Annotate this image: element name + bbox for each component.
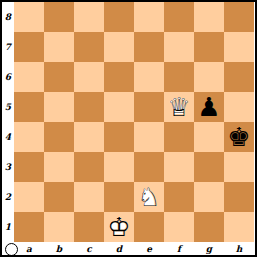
square-b7[interactable]	[44, 32, 74, 62]
file-label-g: g	[194, 242, 224, 255]
file-label-h: h	[224, 242, 254, 255]
white-knight-outline: ♘	[134, 182, 164, 212]
square-h5[interactable]	[224, 92, 254, 122]
square-f6[interactable]	[164, 62, 194, 92]
chess-board: ♛♕♟♚♞♘♚♔	[14, 2, 254, 242]
square-c3[interactable]	[74, 152, 104, 182]
square-g3[interactable]	[194, 152, 224, 182]
white-queen[interactable]: ♛♕	[164, 92, 194, 122]
square-a5[interactable]	[14, 92, 44, 122]
rank-label-4: 4	[2, 122, 14, 152]
square-c7[interactable]	[74, 32, 104, 62]
square-a3[interactable]	[14, 152, 44, 182]
square-e4[interactable]	[134, 122, 164, 152]
square-d3[interactable]	[104, 152, 134, 182]
square-b4[interactable]	[44, 122, 74, 152]
square-c8[interactable]	[74, 2, 104, 32]
square-f8[interactable]	[164, 2, 194, 32]
black-pawn[interactable]: ♟	[194, 92, 224, 122]
square-e8[interactable]	[134, 2, 164, 32]
side-to-move-indicator	[5, 243, 18, 256]
square-e5[interactable]	[134, 92, 164, 122]
white-knight[interactable]: ♞♘	[134, 182, 164, 212]
square-d2[interactable]	[104, 182, 134, 212]
square-f4[interactable]	[164, 122, 194, 152]
black-king[interactable]: ♚	[224, 122, 254, 152]
square-a4[interactable]	[14, 122, 44, 152]
rank-label-7: 7	[2, 32, 14, 62]
rank-label-1: 1	[2, 212, 14, 242]
square-a8[interactable]	[14, 2, 44, 32]
black-king-glyph: ♚	[224, 122, 254, 152]
square-g2[interactable]	[194, 182, 224, 212]
square-c6[interactable]	[74, 62, 104, 92]
square-e1[interactable]	[134, 212, 164, 242]
square-b1[interactable]	[44, 212, 74, 242]
black-pawn-glyph: ♟	[194, 92, 224, 122]
square-c2[interactable]	[74, 182, 104, 212]
square-d7[interactable]	[104, 32, 134, 62]
square-g4[interactable]	[194, 122, 224, 152]
square-h1[interactable]	[224, 212, 254, 242]
square-c4[interactable]	[74, 122, 104, 152]
square-f2[interactable]	[164, 182, 194, 212]
square-d6[interactable]	[104, 62, 134, 92]
square-h4[interactable]: ♚	[224, 122, 254, 152]
square-b3[interactable]	[44, 152, 74, 182]
square-d5[interactable]	[104, 92, 134, 122]
square-e2[interactable]: ♞♘	[134, 182, 164, 212]
file-label-f: f	[164, 242, 194, 255]
square-e6[interactable]	[134, 62, 164, 92]
rank-label-8: 8	[2, 2, 14, 32]
square-a2[interactable]	[14, 182, 44, 212]
square-a1[interactable]	[14, 212, 44, 242]
square-g8[interactable]	[194, 2, 224, 32]
rank-label-2: 2	[2, 182, 14, 212]
file-label-e: e	[134, 242, 164, 255]
file-label-d: d	[104, 242, 134, 255]
square-g5[interactable]: ♟	[194, 92, 224, 122]
square-g1[interactable]	[194, 212, 224, 242]
square-h6[interactable]	[224, 62, 254, 92]
square-b6[interactable]	[44, 62, 74, 92]
square-h3[interactable]	[224, 152, 254, 182]
square-e7[interactable]	[134, 32, 164, 62]
chess-diagram: ♛♕♟♚♞♘♚♔ 87654321 abcdefgh	[0, 0, 257, 257]
square-d8[interactable]	[104, 2, 134, 32]
square-d4[interactable]	[104, 122, 134, 152]
rank-labels: 87654321	[2, 2, 14, 242]
square-c5[interactable]	[74, 92, 104, 122]
square-h7[interactable]	[224, 32, 254, 62]
rank-label-6: 6	[2, 62, 14, 92]
rank-label-5: 5	[2, 92, 14, 122]
square-b5[interactable]	[44, 92, 74, 122]
square-g6[interactable]	[194, 62, 224, 92]
file-labels: abcdefgh	[14, 242, 254, 255]
square-a7[interactable]	[14, 32, 44, 62]
square-f7[interactable]	[164, 32, 194, 62]
square-b8[interactable]	[44, 2, 74, 32]
square-a6[interactable]	[14, 62, 44, 92]
square-g7[interactable]	[194, 32, 224, 62]
file-label-b: b	[44, 242, 74, 255]
square-h8[interactable]	[224, 2, 254, 32]
square-h2[interactable]	[224, 182, 254, 212]
file-label-c: c	[74, 242, 104, 255]
square-d1[interactable]: ♚♔	[104, 212, 134, 242]
square-e3[interactable]	[134, 152, 164, 182]
white-queen-outline: ♕	[164, 92, 194, 122]
rank-label-3: 3	[2, 152, 14, 182]
white-king-outline: ♔	[104, 212, 134, 242]
file-label-a: a	[14, 242, 44, 255]
square-f1[interactable]	[164, 212, 194, 242]
white-king[interactable]: ♚♔	[104, 212, 134, 242]
square-b2[interactable]	[44, 182, 74, 212]
square-f5[interactable]: ♛♕	[164, 92, 194, 122]
square-f3[interactable]	[164, 152, 194, 182]
square-c1[interactable]	[74, 212, 104, 242]
